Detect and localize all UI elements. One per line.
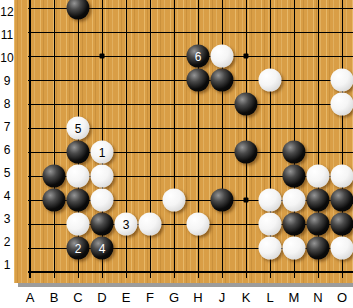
- row-label-8: 8: [0, 97, 14, 111]
- row-label-4: 4: [0, 189, 14, 203]
- col-label-E: E: [116, 290, 136, 306]
- black-stone-C12[interactable]: [67, 0, 90, 20]
- black-stone-N4[interactable]: [307, 189, 330, 212]
- row-label-1: 1: [0, 258, 14, 272]
- black-stone-C2[interactable]: 2: [67, 237, 90, 260]
- white-stone-M2[interactable]: [283, 237, 306, 260]
- move-number-5: 5: [75, 122, 82, 134]
- grid-vline-F: [150, 0, 151, 278]
- black-stone-D2[interactable]: 4: [91, 237, 114, 260]
- black-stone-B4[interactable]: [43, 189, 66, 212]
- row-label-2: 2: [0, 235, 14, 249]
- black-stone-J4[interactable]: [211, 189, 234, 212]
- white-stone-L9[interactable]: [259, 69, 282, 92]
- black-stone-H10[interactable]: 6: [187, 45, 210, 68]
- white-stone-N5[interactable]: [307, 165, 330, 188]
- black-stone-N3[interactable]: [307, 213, 330, 236]
- white-stone-O8[interactable]: [331, 93, 353, 116]
- black-stone-J9[interactable]: [211, 69, 234, 92]
- grid-vline-K: [246, 0, 247, 278]
- col-label-C: C: [68, 290, 88, 306]
- black-stone-K6[interactable]: [235, 141, 258, 164]
- col-label-J: J: [212, 290, 232, 306]
- col-label-N: N: [308, 290, 328, 306]
- white-stone-J10[interactable]: [211, 45, 234, 68]
- black-stone-N2[interactable]: [307, 237, 330, 260]
- col-label-G: G: [164, 290, 184, 306]
- black-stone-B5[interactable]: [43, 165, 66, 188]
- white-stone-O2[interactable]: [331, 237, 353, 260]
- white-stone-C7[interactable]: 5: [67, 117, 90, 140]
- white-stone-M4[interactable]: [283, 189, 306, 212]
- row-label-5: 5: [0, 166, 14, 180]
- move-number-2: 2: [75, 242, 82, 254]
- go-diagram-screenshot: 624513 ABCDEFGHJKLMNO121110987654321: [0, 0, 353, 308]
- move-number-4: 4: [99, 242, 106, 254]
- grid-vline-E: [126, 0, 127, 278]
- black-stone-M5[interactable]: [283, 165, 306, 188]
- row-label-11: 11: [0, 28, 14, 42]
- col-label-K: K: [236, 290, 256, 306]
- row-label-3: 3: [0, 212, 14, 226]
- row-label-9: 9: [0, 74, 14, 88]
- black-stone-C6[interactable]: [67, 141, 90, 164]
- white-stone-H3[interactable]: [187, 213, 210, 236]
- star-point-K10: [244, 54, 249, 59]
- black-stone-O3[interactable]: [331, 213, 353, 236]
- grid-vline-B: [54, 0, 55, 278]
- white-stone-L2[interactable]: [259, 237, 282, 260]
- star-point-K4: [244, 198, 249, 203]
- col-label-H: H: [188, 290, 208, 306]
- grid-vline-G: [174, 0, 175, 278]
- black-stone-H9[interactable]: [187, 69, 210, 92]
- black-stone-O4[interactable]: [331, 189, 353, 212]
- white-stone-D5[interactable]: [91, 165, 114, 188]
- white-stone-D4[interactable]: [91, 189, 114, 212]
- grid-vline-H: [198, 0, 199, 278]
- white-stone-F3[interactable]: [139, 213, 162, 236]
- grid-vline-A: [29, 0, 31, 278]
- white-stone-L3[interactable]: [259, 213, 282, 236]
- col-label-D: D: [92, 290, 112, 306]
- white-stone-G4[interactable]: [163, 189, 186, 212]
- white-stone-D6[interactable]: 1: [91, 141, 114, 164]
- col-label-F: F: [140, 290, 160, 306]
- black-stone-M6[interactable]: [283, 141, 306, 164]
- grid-hline-1: [28, 271, 353, 273]
- col-label-L: L: [260, 290, 280, 306]
- board-bottom-shadow: [18, 283, 353, 287]
- row-label-6: 6: [0, 143, 14, 157]
- row-label-7: 7: [0, 120, 14, 134]
- col-label-M: M: [284, 290, 304, 306]
- col-label-O: O: [332, 290, 352, 306]
- black-stone-D3[interactable]: [91, 213, 114, 236]
- go-board[interactable]: 624513: [0, 0, 353, 308]
- white-stone-C3[interactable]: [67, 213, 90, 236]
- white-stone-O5[interactable]: [331, 165, 353, 188]
- white-stone-O9[interactable]: [331, 69, 353, 92]
- col-label-A: A: [20, 290, 40, 306]
- black-stone-C4[interactable]: [67, 189, 90, 212]
- grid-hline-11: [28, 32, 353, 33]
- grid-hline-8: [28, 104, 353, 105]
- black-stone-M3[interactable]: [283, 213, 306, 236]
- row-label-12: 12: [0, 5, 14, 19]
- move-number-1: 1: [99, 146, 106, 158]
- move-number-3: 3: [123, 218, 130, 230]
- black-stone-K8[interactable]: [235, 93, 258, 116]
- col-label-B: B: [44, 290, 64, 306]
- white-stone-L4[interactable]: [259, 189, 282, 212]
- white-stone-C5[interactable]: [67, 165, 90, 188]
- grid-vline-J: [222, 0, 223, 278]
- row-label-10: 10: [0, 51, 14, 65]
- white-stone-E3[interactable]: 3: [115, 213, 138, 236]
- star-point-D10: [100, 54, 105, 59]
- move-number-6: 6: [195, 50, 202, 62]
